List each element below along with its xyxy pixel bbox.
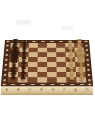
product-photo: ♜♟♟♜♞♟♟♞♝♟♟♝♚♟♟♚♛♟♟♛♝♟♟♝♞♟♟♞♜♟♟♜ abcdefg… [0, 0, 95, 126]
square-a1: ♜ [76, 77, 86, 82]
chess-board: ♜♟♟♜♞♟♟♞♝♟♟♝♚♟♟♚♛♟♟♛♝♟♟♝♞♟♟♞♜♟♟♜ abcdefg… [1, 40, 93, 86]
square-a4 [47, 77, 57, 82]
file-label-h: h [86, 88, 88, 92]
background-reflection-left [16, 20, 31, 26]
piece-black-rook: ♜ [9, 73, 17, 81]
file-label-f: f [64, 88, 65, 92]
square-b3 [57, 72, 67, 77]
square-a6 [27, 77, 37, 82]
piece-white-rook: ♜ [77, 73, 85, 81]
square-a3 [57, 77, 67, 82]
square-a2: ♟ [66, 77, 76, 82]
square-b4 [47, 72, 57, 77]
frame-inlay-speck [2, 77, 7, 82]
frame-inlay-speck [47, 41, 56, 43]
file-label-g: g [74, 88, 76, 92]
box-front-edge: abcdefgh [1, 86, 93, 95]
board-perspective-wrapper: ♜♟♟♜♞♟♟♞♝♟♟♝♚♟♟♚♛♟♟♛♝♟♟♝♞♟♟♞♜♟♟♜ abcdefg… [5, 40, 89, 124]
piece-white-pawn: ♟ [68, 74, 75, 81]
background-reflection-right [61, 26, 73, 31]
square-a8: ♜ [8, 77, 18, 82]
frame-inlay-speck [56, 41, 65, 43]
file-label-a: a [5, 88, 7, 92]
square-b5 [37, 72, 47, 77]
square-b6 [28, 72, 38, 77]
square-a5 [37, 77, 47, 82]
square-a7: ♟ [18, 77, 28, 82]
frame-inlay-speck [87, 77, 92, 82]
file-label-e: e [52, 88, 54, 92]
file-label-d: d [40, 88, 42, 92]
frame-inlay-speck [29, 41, 38, 43]
frame-inlay-speck [87, 72, 92, 77]
frame-inlay-speck [38, 41, 47, 43]
file-label-b: b [17, 88, 19, 92]
frame-inlay-speck [3, 72, 8, 77]
piece-black-pawn: ♟ [19, 74, 26, 81]
file-label-c: c [29, 88, 31, 92]
corner-ornament [84, 41, 88, 43]
